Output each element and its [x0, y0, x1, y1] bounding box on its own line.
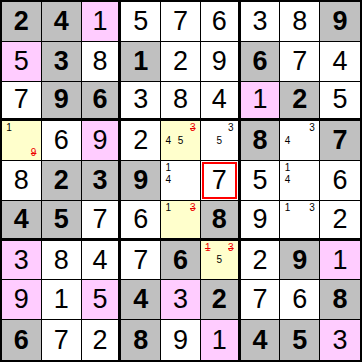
pencil-marks: 14	[281, 162, 318, 199]
given-digit: 3	[54, 48, 69, 75]
pencil-mark-3: 3	[309, 123, 315, 133]
entered-digit: 6	[333, 167, 348, 194]
cell-r4c5[interactable]: 345	[161, 121, 201, 161]
cell-r2c8[interactable]: 7	[280, 42, 320, 82]
pencil-mark-4: 4	[165, 136, 171, 146]
cell-r6c9[interactable]: 2	[320, 201, 360, 241]
cell-r8c1[interactable]: 9	[2, 280, 42, 320]
cell-r3c2[interactable]: 9	[42, 82, 82, 122]
given-digit: 8	[133, 327, 148, 354]
given-digit: 7	[333, 127, 348, 154]
cell-r1c4[interactable]: 5	[121, 2, 161, 42]
pencil-marks: 34	[281, 122, 318, 159]
cell-r3c6[interactable]: 4	[201, 82, 241, 122]
cell-r2c5[interactable]: 2	[161, 42, 201, 82]
given-digit: 8	[333, 286, 348, 313]
given-digit: 9	[133, 167, 148, 194]
pencil-marks: 13	[162, 202, 199, 237]
pencil-mark-1: 1	[285, 163, 291, 173]
pencil-mark-4: 4	[285, 175, 291, 185]
cell-r4c4[interactable]: 2	[121, 121, 161, 161]
cell-r6c2[interactable]: 5	[42, 201, 82, 241]
cell-r5c7[interactable]: 5	[241, 161, 281, 201]
cell-r8c6[interactable]: 2	[201, 280, 241, 320]
cell-r9c6[interactable]: 1	[201, 320, 241, 360]
given-digit: 9	[292, 247, 307, 274]
cell-r5c8[interactable]: 14	[280, 161, 320, 201]
pencil-mark-1: 1	[6, 123, 12, 133]
pencil-mark-5: 5	[216, 255, 222, 265]
cell-r5c6[interactable]: 7	[201, 161, 241, 201]
cell-r3c9[interactable]: 5	[320, 82, 360, 122]
cell-r1c7[interactable]: 3	[241, 2, 281, 42]
given-digit: 6	[92, 86, 107, 113]
crossed-pencil-mark-9: 9	[31, 148, 37, 158]
cell-r4c2[interactable]: 6	[42, 121, 82, 161]
given-digit: 4	[133, 286, 148, 313]
cell-r5c5[interactable]: 14	[161, 161, 201, 201]
entered-digit: 8	[14, 167, 29, 194]
entered-digit: 7	[173, 8, 188, 35]
cell-r5c9[interactable]: 6	[320, 161, 360, 201]
pencil-marks: 14	[162, 162, 199, 199]
entered-digit: 5	[92, 286, 107, 313]
given-digit: 6	[253, 48, 268, 75]
cell-r1c6[interactable]: 6	[201, 2, 241, 42]
cell-r3c5[interactable]: 8	[161, 82, 201, 122]
entered-digit: 3	[173, 286, 188, 313]
entered-digit: 9	[14, 286, 29, 313]
given-digit: 4	[14, 206, 29, 233]
pencil-marks: 35	[202, 122, 237, 159]
cell-r7c7[interactable]: 2	[241, 241, 281, 281]
given-digit: 6	[173, 247, 188, 274]
cell-r9c8[interactable]: 5	[280, 320, 320, 360]
cell-r7c4[interactable]: 7	[121, 241, 161, 281]
cell-r7c9[interactable]: 1	[320, 241, 360, 281]
given-digit: 9	[333, 8, 348, 35]
entered-digit: 1	[212, 327, 227, 354]
pencil-mark-1: 1	[285, 203, 291, 213]
cell-r4c1[interactable]: 19	[2, 121, 42, 161]
cell-r2c4[interactable]: 1	[121, 42, 161, 82]
cell-r7c2[interactable]: 8	[42, 241, 82, 281]
cell-r5c3[interactable]: 3	[82, 161, 122, 201]
entered-digit: 5	[14, 48, 29, 75]
cell-r3c7[interactable]: 1	[241, 82, 281, 122]
pencil-marks: 345	[162, 122, 199, 159]
cell-r6c1[interactable]: 4	[2, 201, 42, 241]
crossed-pencil-mark-3: 3	[228, 243, 234, 253]
entered-digit: 4	[92, 247, 107, 274]
given-digit: 4	[54, 8, 69, 35]
given-digit: 8	[253, 127, 268, 154]
cell-r6c4[interactable]: 6	[121, 201, 161, 241]
entered-digit: 7	[133, 247, 148, 274]
pencil-mark-1: 1	[165, 203, 171, 213]
cell-r2c1[interactable]: 5	[2, 42, 42, 82]
cell-r6c7[interactable]: 9	[241, 201, 281, 241]
entered-digit: 8	[173, 86, 188, 113]
cell-r1c5[interactable]: 7	[161, 2, 201, 42]
given-digit: 1	[133, 48, 148, 75]
given-digit: 8	[212, 206, 227, 233]
cell-r6c6[interactable]: 8	[201, 201, 241, 241]
entered-digit: 7	[54, 327, 69, 354]
cell-r8c7[interactable]: 7	[241, 280, 281, 320]
cell-r8c5[interactable]: 3	[161, 280, 201, 320]
given-digit: 4	[253, 327, 268, 354]
cell-r8c4[interactable]: 4	[121, 280, 161, 320]
cell-r7c6[interactable]: 135	[201, 241, 241, 281]
cell-r3c4[interactable]: 3	[121, 82, 161, 122]
entered-digit: 9	[173, 327, 188, 354]
cell-r1c1[interactable]: 2	[2, 2, 42, 42]
cell-r4c9[interactable]: 7	[320, 121, 360, 161]
given-digit: 5	[292, 327, 307, 354]
cell-r7c8[interactable]: 9	[280, 241, 320, 281]
entered-digit: 4	[212, 86, 227, 113]
cell-r9c4[interactable]: 8	[121, 320, 161, 360]
cell-r3c8[interactable]: 2	[280, 82, 320, 122]
entered-digit: 5	[333, 86, 348, 113]
given-digit: 2	[292, 86, 307, 113]
cell-r6c5[interactable]: 13	[161, 201, 201, 241]
cell-r5c4[interactable]: 9	[121, 161, 161, 201]
cell-r1c2[interactable]: 4	[42, 2, 82, 42]
entered-digit: 7	[253, 286, 268, 313]
cell-r1c9[interactable]: 9	[320, 2, 360, 42]
cell-r8c3[interactable]: 5	[82, 280, 122, 320]
crossed-pencil-mark-1: 1	[205, 243, 211, 253]
entered-digit: 6	[54, 127, 69, 154]
entered-digit: 5	[133, 8, 148, 35]
entered-digit: 9	[92, 127, 107, 154]
entered-digit: 3	[333, 327, 348, 354]
cell-r9c2[interactable]: 7	[42, 320, 82, 360]
pencil-mark-3: 3	[228, 123, 234, 133]
crossed-pencil-mark-3: 3	[190, 203, 196, 213]
entered-digit: 9	[212, 48, 227, 75]
cell-r5c2[interactable]: 2	[42, 161, 82, 201]
pencil-mark-4: 4	[165, 175, 171, 185]
entered-digit: 7	[292, 48, 307, 75]
cell-r9c3[interactable]: 2	[82, 320, 122, 360]
pencil-mark-1: 1	[165, 163, 171, 173]
entered-digit: 6	[133, 206, 148, 233]
pencil-mark-5: 5	[216, 136, 222, 146]
entered-digit: 7	[92, 206, 107, 233]
entered-digit: 6	[212, 8, 227, 35]
cell-r9c9[interactable]: 3	[320, 320, 360, 360]
cell-r2c9[interactable]: 4	[320, 42, 360, 82]
cell-r4c3[interactable]: 9	[82, 121, 122, 161]
cell-r9c7[interactable]: 4	[241, 320, 281, 360]
cell-r7c1[interactable]: 3	[2, 241, 42, 281]
cell-r3c3[interactable]: 6	[82, 82, 122, 122]
cell-r6c8[interactable]: 13	[280, 201, 320, 241]
cell-r8c9[interactable]: 8	[320, 280, 360, 320]
entered-digit: 8	[292, 8, 307, 35]
entered-digit: 2	[173, 48, 188, 75]
entered-digit: 8	[54, 247, 69, 274]
entered-digit: 3	[14, 247, 29, 274]
cell-r7c5[interactable]: 6	[161, 241, 201, 281]
cell-r4c7[interactable]: 8	[241, 121, 281, 161]
given-digit: 6	[14, 327, 29, 354]
given-digit: 2	[14, 8, 29, 35]
cell-r8c2[interactable]: 1	[42, 280, 82, 320]
entered-digit: 6	[292, 286, 307, 313]
cell-r1c8[interactable]: 8	[280, 2, 320, 42]
entered-digit: 2	[333, 206, 348, 233]
entered-digit: 8	[92, 48, 107, 75]
cell-r4c8[interactable]: 34	[280, 121, 320, 161]
pencil-mark-4: 4	[285, 136, 291, 146]
entered-digit: 9	[253, 206, 268, 233]
cell-r2c2[interactable]: 3	[42, 42, 82, 82]
cell-r2c3[interactable]: 8	[82, 42, 122, 82]
entered-digit: 7	[212, 167, 227, 194]
pencil-mark-5: 5	[178, 136, 184, 146]
pencil-marks: 135	[202, 242, 237, 279]
cell-r7c3[interactable]: 4	[82, 241, 122, 281]
given-digit: 2	[54, 167, 69, 194]
entered-digit: 4	[333, 48, 348, 75]
entered-digit: 2	[92, 327, 107, 354]
given-digit: 2	[212, 286, 227, 313]
cell-r5c1[interactable]: 8	[2, 161, 42, 201]
given-digit: 5	[54, 206, 69, 233]
cell-r8c8[interactable]: 6	[280, 280, 320, 320]
cell-r4c6[interactable]: 35	[201, 121, 241, 161]
crossed-pencil-mark-3: 3	[190, 123, 196, 133]
entered-digit: 1	[253, 86, 268, 113]
cell-r2c6[interactable]: 9	[201, 42, 241, 82]
sudoku-board: 2415763895381296747963841251969234535834…	[0, 0, 362, 362]
entered-digit: 5	[253, 167, 268, 194]
given-digit: 9	[54, 86, 69, 113]
entered-digit: 1	[92, 8, 107, 35]
cell-r6c3[interactable]: 7	[82, 201, 122, 241]
pencil-marks: 13	[281, 202, 318, 237]
entered-digit: 3	[253, 8, 268, 35]
given-digit: 3	[92, 167, 107, 194]
cell-r2c7[interactable]: 6	[241, 42, 281, 82]
entered-digit: 2	[253, 247, 268, 274]
entered-digit: 3	[133, 86, 148, 113]
pencil-mark-3: 3	[309, 203, 315, 213]
entered-digit: 7	[14, 86, 29, 113]
entered-digit: 1	[54, 286, 69, 313]
entered-digit: 1	[333, 247, 348, 274]
cell-r1c3[interactable]: 1	[82, 2, 122, 42]
entered-digit: 2	[133, 127, 148, 154]
cell-r3c1[interactable]: 7	[2, 82, 42, 122]
cell-r9c5[interactable]: 9	[161, 320, 201, 360]
cell-r9c1[interactable]: 6	[2, 320, 42, 360]
pencil-marks: 19	[3, 122, 40, 159]
